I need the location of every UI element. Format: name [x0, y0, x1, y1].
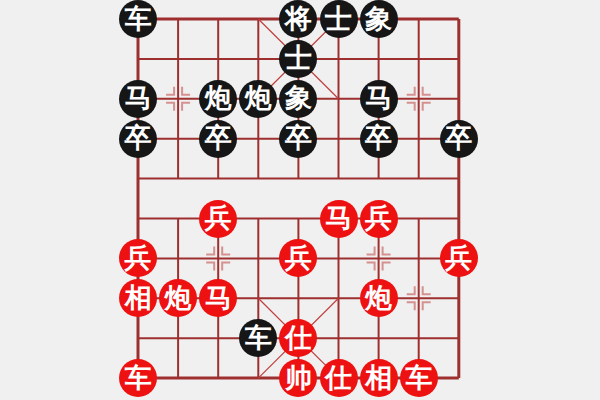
xiangqi-board[interactable]: 车将士象士马炮炮象马卒卒卒卒卒兵马兵兵兵兵相炮马炮车仕车帅仕相车 — [0, 0, 600, 400]
piece-black-soldier[interactable]: 卒 — [360, 120, 398, 158]
piece-black-general[interactable]: 将 — [279, 0, 317, 38]
piece-red-general[interactable]: 帅 — [279, 359, 317, 397]
piece-black-soldier[interactable]: 卒 — [199, 120, 237, 158]
piece-red-soldier[interactable]: 兵 — [440, 239, 478, 277]
piece-red-horse[interactable]: 马 — [320, 200, 358, 238]
piece-red-chariot[interactable]: 车 — [400, 359, 438, 397]
piece-red-horse[interactable]: 马 — [199, 279, 237, 317]
piece-red-advisor[interactable]: 仕 — [279, 319, 317, 357]
piece-red-soldier[interactable]: 兵 — [199, 200, 237, 238]
piece-red-elephant[interactable]: 相 — [119, 279, 157, 317]
piece-red-soldier[interactable]: 兵 — [360, 200, 398, 238]
piece-black-soldier[interactable]: 卒 — [279, 120, 317, 158]
piece-red-soldier[interactable]: 兵 — [119, 239, 157, 277]
piece-black-horse[interactable]: 马 — [360, 80, 398, 118]
piece-red-soldier[interactable]: 兵 — [279, 239, 317, 277]
piece-black-chariot[interactable]: 车 — [239, 319, 277, 357]
piece-black-soldier[interactable]: 卒 — [440, 120, 478, 158]
piece-black-horse[interactable]: 马 — [119, 80, 157, 118]
xiangqi-app: 车将士象士马炮炮象马卒卒卒卒卒兵马兵兵兵兵相炮马炮车仕车帅仕相车 — [0, 0, 600, 400]
piece-black-cannon[interactable]: 炮 — [239, 80, 277, 118]
piece-red-advisor[interactable]: 仕 — [320, 359, 358, 397]
piece-black-advisor[interactable]: 士 — [320, 0, 358, 38]
piece-black-elephant[interactable]: 象 — [279, 80, 317, 118]
piece-black-chariot[interactable]: 车 — [119, 0, 157, 38]
piece-black-advisor[interactable]: 士 — [279, 40, 317, 78]
piece-red-chariot[interactable]: 车 — [119, 359, 157, 397]
piece-black-soldier[interactable]: 卒 — [119, 120, 157, 158]
piece-red-cannon[interactable]: 炮 — [360, 279, 398, 317]
piece-black-elephant[interactable]: 象 — [360, 0, 398, 38]
piece-red-cannon[interactable]: 炮 — [159, 279, 197, 317]
piece-red-elephant[interactable]: 相 — [360, 359, 398, 397]
piece-black-cannon[interactable]: 炮 — [199, 80, 237, 118]
